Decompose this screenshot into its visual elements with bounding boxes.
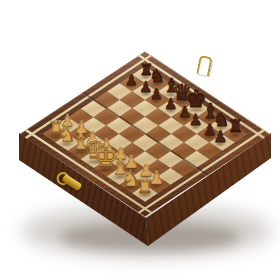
piece-black-pawn[interactable]: ♟	[164, 97, 177, 112]
piece-black-pawn[interactable]: ♟	[125, 73, 138, 87]
piece-white-rook[interactable]: ♜	[136, 177, 153, 196]
pieces-layer: ♜♞♝♛♚♝♞♜♟♟♟♟♟♟♟♟♟♟♟♟♟♟♟♟♜♞♝♛♚♝♞♜	[0, 0, 280, 280]
piece-black-pawn[interactable]: ♟	[213, 130, 227, 146]
piece-black-rook[interactable]: ♜	[228, 119, 244, 137]
product-photo: ♜♞♝♛♚♝♞♜♟♟♟♟♟♟♟♟♟♟♟♟♟♟♟♟♜♞♝♛♚♝♞♜	[0, 0, 280, 280]
piece-black-pawn[interactable]: ♟	[150, 88, 163, 103]
piece-black-pawn[interactable]: ♟	[189, 112, 203, 127]
